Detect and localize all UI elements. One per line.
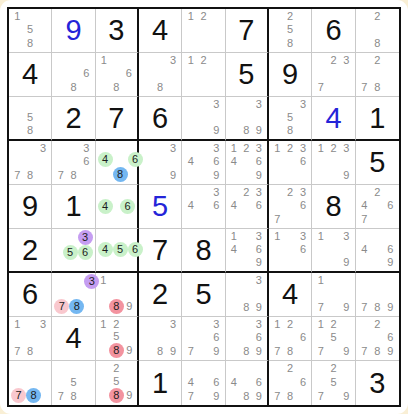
candidate-4: 4	[228, 376, 240, 390]
candidate-1: 1	[271, 318, 284, 331]
cell-r3c2[interactable]: 2	[52, 97, 95, 141]
pencil-marks: 358	[271, 98, 309, 137]
pencil-marks: 12	[184, 10, 222, 50]
pencil-marks: 258	[271, 10, 309, 50]
cell-r6c8[interactable]: 139	[312, 229, 355, 273]
given-digit: 6	[139, 97, 181, 139]
candidate-6: 6	[297, 199, 310, 212]
candidate-8: 8	[284, 124, 297, 137]
cell-r2c5[interactable]: 12	[182, 53, 225, 97]
candidate-2: 2	[327, 362, 340, 376]
candidate-3: 3	[37, 318, 50, 331]
pencil-marks: 13469	[228, 230, 265, 269]
cell-r7c2[interactable]: 378	[52, 273, 95, 317]
cell-r2c6[interactable]: 5	[226, 53, 269, 97]
cell-r1c7[interactable]: 258	[269, 9, 312, 53]
candidate-6: 6	[297, 331, 310, 344]
cell-r8c8[interactable]: 12579	[312, 317, 355, 361]
candidate-6: 6	[384, 243, 397, 256]
cell-r7c9[interactable]: 789	[356, 273, 399, 317]
cell-r5c5[interactable]: 346	[182, 185, 225, 229]
candidate-8-highlight-blue: 8	[69, 299, 84, 314]
given-digit: 3	[96, 9, 137, 52]
pencil-marks: 46	[98, 186, 135, 226]
cell-r4c5[interactable]: 3469	[182, 141, 225, 185]
given-digit: 2	[9, 229, 51, 271]
candidate-8: 8	[110, 81, 122, 94]
candidate-2: 2	[284, 186, 297, 199]
given-digit: 7	[96, 97, 137, 139]
candidate-8: 8	[240, 345, 252, 358]
pencil-marks: 468	[98, 142, 135, 182]
candidate-6: 6	[210, 331, 223, 344]
candidate-2: 2	[109, 318, 124, 331]
cell-r6c6[interactable]: 13469	[226, 229, 269, 273]
cell-r4c1[interactable]: 378	[9, 141, 52, 185]
cell-r3c6[interactable]: 389	[226, 97, 269, 141]
pencil-marks: 123469	[228, 142, 265, 182]
cell-r9c1[interactable]: 78	[9, 361, 52, 405]
candidate-1: 1	[271, 142, 284, 155]
candidate-9: 9	[253, 169, 265, 182]
candidate-2: 2	[284, 142, 297, 155]
cell-r3c3[interactable]: 7	[96, 97, 139, 141]
cell-r5c1[interactable]: 9	[9, 185, 52, 229]
pencil-marks: 2579	[314, 362, 352, 403]
candidate-3: 3	[210, 98, 223, 111]
cell-r6c7[interactable]: 136	[269, 229, 312, 273]
pencil-marks: 26789	[358, 318, 397, 358]
candidate-3: 3	[297, 230, 310, 243]
cell-r6c5[interactable]: 8	[182, 229, 225, 273]
candidate-6: 6	[297, 243, 310, 256]
pencil-marks: 12589	[98, 318, 135, 358]
candidate-3: 3	[297, 186, 310, 199]
candidate-2: 2	[109, 362, 124, 375]
candidate-4: 4	[228, 243, 240, 256]
candidate-8: 8	[24, 169, 37, 182]
pencil-marks: 38	[141, 54, 179, 94]
candidate-8-highlight-red: 8	[109, 388, 124, 403]
cell-r6c1[interactable]: 2	[9, 229, 52, 273]
candidate-4: 4	[184, 376, 197, 390]
candidate-1: 1	[228, 230, 240, 243]
candidate-4: 4	[184, 155, 197, 168]
cell-r8c1[interactable]: 1378	[9, 317, 52, 361]
candidate-2: 2	[240, 142, 252, 155]
pencil-marks: 469	[358, 230, 397, 269]
cell-r1c6[interactable]: 7	[226, 9, 269, 53]
pencil-marks: 1378	[11, 318, 49, 358]
candidate-8-highlight-red: 8	[109, 299, 124, 314]
pencil-marks: 578	[54, 362, 92, 403]
pencil-marks: 278	[358, 54, 397, 94]
given-digit: 9	[9, 185, 51, 228]
given-digit: 4	[9, 53, 51, 96]
cell-r9c5[interactable]: 4679	[182, 361, 225, 405]
candidate-5-highlight-green: 5	[63, 245, 78, 260]
candidate-3: 3	[167, 54, 180, 67]
cell-r9c4[interactable]: 1	[139, 361, 182, 405]
candidate-5: 5	[284, 23, 297, 36]
candidate-2: 2	[197, 10, 210, 23]
candidate-7: 7	[184, 345, 197, 358]
candidate-2: 2	[371, 10, 384, 23]
cell-r8c4[interactable]: 389	[139, 317, 182, 361]
candidate-2: 2	[371, 186, 384, 199]
cell-r5c9[interactable]: 2467	[356, 185, 399, 229]
pencil-marks: 2346	[228, 186, 265, 226]
cell-r1c4[interactable]: 4	[139, 9, 182, 53]
given-digit: 5	[226, 53, 267, 96]
candidate-8: 8	[371, 301, 384, 314]
pencil-marks: 179	[314, 274, 352, 314]
candidate-8: 8	[371, 345, 384, 358]
cell-r7c4[interactable]: 2	[139, 273, 182, 317]
given-digit: 9	[269, 53, 311, 96]
candidate-6: 6	[384, 331, 397, 344]
candidate-6-highlight-green: 6	[78, 245, 93, 260]
candidate-9: 9	[210, 169, 223, 182]
candidate-7: 7	[271, 213, 284, 226]
cell-r7c8[interactable]: 179	[312, 273, 355, 317]
candidate-2: 2	[240, 186, 252, 199]
candidate-9: 9	[124, 299, 135, 314]
candidate-5: 5	[109, 331, 124, 344]
cell-r4c7[interactable]: 1236	[269, 141, 312, 185]
cell-r8c2[interactable]: 4	[52, 317, 95, 361]
cell-r3c7[interactable]: 358	[269, 97, 312, 141]
candidate-9: 9	[340, 389, 353, 403]
candidate-7: 7	[314, 301, 327, 314]
candidate-2: 2	[284, 10, 297, 23]
candidate-1: 1	[314, 274, 327, 287]
candidate-9: 9	[340, 169, 353, 182]
pencil-marks: 2467	[358, 186, 397, 226]
given-digit: 8	[182, 229, 224, 271]
candidate-8: 8	[284, 37, 297, 50]
cell-r9c8[interactable]: 2579	[312, 361, 355, 405]
cell-r6c3[interactable]: 456	[96, 229, 139, 273]
cell-r3c1[interactable]: 58	[9, 97, 52, 141]
cell-r5c7[interactable]: 2367	[269, 185, 312, 229]
pencil-marks: 28	[358, 10, 397, 50]
candidate-7: 7	[271, 345, 284, 358]
solved-digit: 4	[312, 97, 354, 139]
pencil-marks: 456	[98, 230, 135, 269]
pencil-marks: 389	[228, 274, 265, 314]
cell-r3c8[interactable]: 4	[312, 97, 355, 141]
candidate-7: 7	[314, 81, 327, 94]
cell-r2c7[interactable]: 9	[269, 53, 312, 97]
candidate-4-highlight-green: 4	[98, 152, 113, 167]
cell-r4c2[interactable]: 3678	[52, 141, 95, 185]
candidate-9: 9	[210, 124, 223, 137]
cell-r8c6[interactable]: 3689	[226, 317, 269, 361]
pencil-marks: 346	[184, 186, 222, 226]
candidate-9: 9	[210, 389, 223, 403]
candidate-5: 5	[67, 376, 80, 390]
cell-r2c2[interactable]: 68	[52, 53, 95, 97]
candidate-5: 5	[24, 23, 37, 36]
cell-r9c3[interactable]: 2589	[96, 361, 139, 405]
candidate-2: 2	[327, 142, 340, 155]
cell-r4c8[interactable]: 1239	[312, 141, 355, 185]
cell-r5c2[interactable]: 1	[52, 185, 95, 229]
cell-r9c7[interactable]: 2678	[269, 361, 312, 405]
candidate-4: 4	[184, 199, 197, 212]
cell-r7c3[interactable]: 189	[96, 273, 139, 317]
cell-r2c8[interactable]: 237	[312, 53, 355, 97]
given-digit: 5	[182, 273, 224, 316]
candidate-8: 8	[284, 389, 297, 403]
candidate-1: 1	[314, 230, 327, 243]
candidate-5: 5	[327, 331, 340, 344]
cell-r2c1[interactable]: 4	[9, 53, 52, 97]
candidate-8: 8	[240, 301, 252, 314]
given-digit: 4	[52, 317, 94, 360]
candidate-9: 9	[384, 256, 397, 269]
candidate-7: 7	[314, 389, 327, 403]
given-digit: 8	[312, 185, 354, 228]
candidate-8: 8	[154, 345, 167, 358]
solved-digit: 9	[52, 9, 94, 52]
cell-r1c8[interactable]: 6	[312, 9, 355, 53]
candidate-8: 8	[24, 37, 37, 50]
cell-r6c2[interactable]: 356	[52, 229, 95, 273]
pencil-marks: 189	[98, 274, 135, 314]
pencil-marks: 789	[358, 274, 397, 314]
candidate-3: 3	[340, 230, 353, 243]
candidate-3: 3	[253, 142, 265, 155]
cell-r8c5[interactable]: 3679	[182, 317, 225, 361]
cell-r1c9[interactable]: 28	[356, 9, 399, 53]
candidate-3: 3	[253, 318, 265, 331]
candidate-9: 9	[124, 343, 135, 358]
pencil-marks: 78	[11, 362, 49, 403]
given-digit: 1	[52, 185, 94, 228]
given-digit: 5	[356, 141, 399, 184]
candidate-3: 3	[210, 318, 223, 331]
pencil-marks: 237	[314, 54, 352, 94]
given-digit: 7	[139, 229, 181, 271]
candidate-6: 6	[80, 155, 93, 168]
candidate-8: 8	[284, 345, 297, 358]
candidate-1: 1	[271, 230, 284, 243]
candidate-7: 7	[11, 169, 24, 182]
candidate-7: 7	[358, 301, 371, 314]
cell-r7c7[interactable]: 4	[269, 273, 312, 317]
candidate-7: 7	[11, 345, 24, 358]
candidate-9: 9	[340, 345, 353, 358]
cell-r8c9[interactable]: 26789	[356, 317, 399, 361]
pencil-marks: 389	[141, 318, 179, 358]
cell-r1c2[interactable]: 9	[52, 9, 95, 53]
candidate-5: 5	[24, 111, 37, 124]
candidate-6: 6	[253, 243, 265, 256]
candidate-9: 9	[167, 169, 180, 182]
pencil-marks: 3469	[184, 142, 222, 182]
pencil-marks: 158	[11, 10, 49, 50]
candidate-1: 1	[184, 10, 197, 23]
candidate-9: 9	[124, 388, 135, 403]
pencil-marks: 2678	[271, 362, 309, 403]
candidate-3: 3	[340, 54, 353, 67]
given-digit: 2	[52, 97, 94, 139]
pencil-marks: 39	[184, 98, 222, 137]
cell-r2c4[interactable]: 38	[139, 53, 182, 97]
candidate-3: 3	[253, 186, 265, 199]
candidate-4-highlight-green: 4	[98, 242, 113, 257]
pencil-marks: 356	[54, 230, 92, 269]
candidate-3: 3	[210, 186, 223, 199]
pencil-marks: 68	[54, 54, 92, 94]
given-digit: 3	[356, 361, 399, 405]
pencil-marks: 4679	[184, 362, 222, 403]
cell-r2c9[interactable]: 278	[356, 53, 399, 97]
cell-r9c6[interactable]: 4689	[226, 361, 269, 405]
candidate-6: 6	[253, 155, 265, 168]
cell-r1c5[interactable]: 12	[182, 9, 225, 53]
given-digit: 1	[356, 97, 399, 139]
cell-r3c9[interactable]: 1	[356, 97, 399, 141]
candidate-3: 3	[210, 142, 223, 155]
cell-r8c3[interactable]: 12589	[96, 317, 139, 361]
candidate-4: 4	[228, 155, 240, 168]
cell-r5c4[interactable]: 5	[139, 185, 182, 229]
candidate-6: 6	[253, 331, 265, 344]
candidate-7: 7	[184, 389, 197, 403]
cell-r5c8[interactable]: 8	[312, 185, 355, 229]
cell-r6c4[interactable]: 7	[139, 229, 182, 273]
candidate-7: 7	[358, 213, 371, 226]
cell-r5c3[interactable]: 46	[96, 185, 139, 229]
candidate-6: 6	[297, 376, 310, 390]
candidate-3: 3	[37, 142, 50, 155]
cell-r2c3[interactable]: 168	[96, 53, 139, 97]
given-digit: 4	[139, 9, 181, 52]
cell-r6c9[interactable]: 469	[356, 229, 399, 273]
candidate-4: 4	[358, 243, 371, 256]
pencil-marks: 389	[228, 98, 265, 137]
candidate-3: 3	[340, 142, 353, 155]
given-digit: 1	[139, 361, 181, 405]
candidate-6: 6	[210, 155, 223, 168]
candidate-6: 6	[123, 67, 135, 80]
candidate-7: 7	[358, 81, 371, 94]
cell-r9c9[interactable]: 3	[356, 361, 399, 405]
cell-r3c5[interactable]: 39	[182, 97, 225, 141]
candidate-1: 1	[184, 54, 197, 67]
candidate-6: 6	[210, 199, 223, 212]
candidate-1: 1	[314, 142, 327, 155]
candidate-8-highlight-red: 8	[109, 343, 124, 358]
cell-r4c4[interactable]: 39	[139, 141, 182, 185]
candidate-4: 4	[228, 199, 240, 212]
cell-r7c1[interactable]: 6	[9, 273, 52, 317]
candidate-2: 2	[284, 362, 297, 376]
cell-r8c7[interactable]: 12678	[269, 317, 312, 361]
cell-r3c4[interactable]: 6	[139, 97, 182, 141]
cell-r4c9[interactable]: 5	[356, 141, 399, 185]
candidate-6-highlight-green: 6	[120, 199, 135, 214]
candidate-5-highlight-green: 5	[113, 242, 128, 257]
candidate-8: 8	[24, 345, 37, 358]
candidate-9: 9	[253, 124, 265, 137]
pencil-marks: 12	[184, 54, 222, 94]
candidate-8: 8	[67, 81, 80, 94]
candidate-1: 1	[98, 318, 109, 331]
candidate-8: 8	[24, 124, 37, 137]
sudoku-board: 1589341272586284681683812592372785827639…	[7, 7, 401, 407]
cell-r4c3[interactable]: 468	[96, 141, 139, 185]
candidate-3: 3	[253, 230, 265, 243]
candidate-3: 3	[297, 142, 310, 155]
cell-r1c1[interactable]: 158	[9, 9, 52, 53]
solved-digit: 5	[139, 185, 181, 228]
cell-r7c6[interactable]: 389	[226, 273, 269, 317]
pencil-marks: 3679	[184, 318, 222, 358]
candidate-8-highlight-blue: 8	[26, 388, 41, 403]
candidate-1: 1	[228, 142, 240, 155]
cell-r1c3[interactable]: 3	[96, 9, 139, 53]
cell-r4c6[interactable]: 123469	[226, 141, 269, 185]
pencil-marks: 2589	[98, 362, 135, 403]
cell-r7c5[interactable]: 5	[182, 273, 225, 317]
candidate-1: 1	[98, 274, 109, 287]
candidate-7: 7	[358, 345, 371, 358]
candidate-3: 3	[167, 142, 180, 155]
candidate-2: 2	[284, 318, 297, 331]
candidate-8: 8	[240, 124, 252, 137]
candidate-3: 3	[80, 142, 93, 155]
given-digit: 2	[139, 273, 181, 316]
pencil-marks: 12678	[271, 318, 309, 358]
candidate-5: 5	[327, 376, 340, 390]
candidate-2: 2	[371, 318, 384, 331]
candidate-8: 8	[67, 389, 80, 403]
candidate-8-highlight-blue: 8	[113, 167, 128, 182]
pencil-marks: 12579	[314, 318, 352, 358]
candidate-2: 2	[371, 54, 384, 67]
candidate-6: 6	[80, 67, 93, 80]
candidate-6: 6	[384, 199, 397, 212]
candidate-6: 6	[253, 199, 265, 212]
pencil-marks: 139	[314, 230, 352, 269]
candidate-5: 5	[109, 375, 124, 388]
candidate-4: 4	[358, 199, 371, 212]
candidate-3: 3	[167, 318, 180, 331]
candidate-6: 6	[253, 376, 265, 390]
candidate-9: 9	[253, 256, 265, 269]
candidate-3: 3	[253, 274, 265, 287]
candidate-7: 7	[54, 389, 67, 403]
cell-r9c2[interactable]: 578	[52, 361, 95, 405]
pencil-marks: 58	[11, 98, 49, 137]
candidate-2: 2	[197, 54, 210, 67]
pencil-marks: 136	[271, 230, 309, 269]
candidate-1: 1	[314, 318, 327, 331]
cell-r5c6[interactable]: 2346	[226, 185, 269, 229]
candidate-3: 3	[297, 98, 310, 111]
candidate-9: 9	[253, 389, 265, 403]
candidate-9: 9	[340, 301, 353, 314]
candidate-5: 5	[284, 111, 297, 124]
candidate-9: 9	[210, 345, 223, 358]
given-digit: 6	[9, 273, 51, 316]
pencil-marks: 4689	[228, 362, 265, 403]
pencil-marks: 3678	[54, 142, 92, 182]
